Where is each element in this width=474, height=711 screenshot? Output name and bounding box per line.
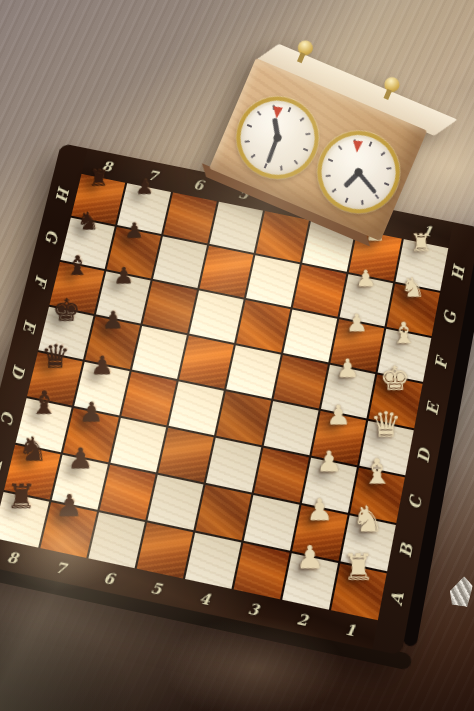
square-g5[interactable]: [199, 246, 253, 298]
square-g6[interactable]: [153, 236, 207, 288]
square-d4[interactable]: [216, 391, 271, 445]
square-f4[interactable]: [236, 300, 290, 353]
square-h6[interactable]: [163, 192, 217, 243]
board-wrapper: ABCDEFGH ABCDEFGH 87654321 87654321 ♜♞♝♛…: [15, 180, 435, 600]
square-c6[interactable]: [111, 418, 167, 472]
scene: ABCDEFGH ABCDEFGH 87654321 87654321 ♜♞♝♛…: [0, 0, 474, 711]
square-a7[interactable]: ♟: [40, 502, 97, 558]
board-squares: ♜♞♝♛♚♝♞♜♟♟♟♟♟♟♟♟♟♟♟♟♟♟♟♟♜♞♝♛♚♝♞♜: [0, 174, 448, 620]
square-g4[interactable]: [246, 255, 300, 307]
square-a6[interactable]: [88, 512, 145, 568]
square-e6[interactable]: [132, 326, 187, 379]
square-h4[interactable]: [256, 211, 309, 262]
square-f6[interactable]: [143, 281, 197, 333]
square-f5[interactable]: [189, 290, 243, 342]
square-a1[interactable]: ♜: [331, 563, 387, 620]
chess-board[interactable]: ABCDEFGH ABCDEFGH 87654321 87654321 ♜♞♝♛…: [0, 143, 474, 655]
square-b4[interactable]: [196, 485, 252, 540]
square-c4[interactable]: [206, 438, 261, 493]
square-a4[interactable]: [185, 533, 241, 589]
square-b6[interactable]: [100, 465, 156, 520]
square-e5[interactable]: [179, 336, 234, 389]
square-a5[interactable]: [137, 522, 193, 578]
square-h5[interactable]: [209, 202, 262, 253]
square-d6[interactable]: [121, 372, 176, 426]
square-e4[interactable]: [226, 345, 281, 398]
square-c5[interactable]: [158, 428, 213, 483]
square-b5[interactable]: [147, 475, 203, 530]
white-rook-glyph: ♜: [321, 538, 395, 596]
left-clock-dial: [224, 84, 332, 192]
square-d5[interactable]: [169, 381, 224, 435]
